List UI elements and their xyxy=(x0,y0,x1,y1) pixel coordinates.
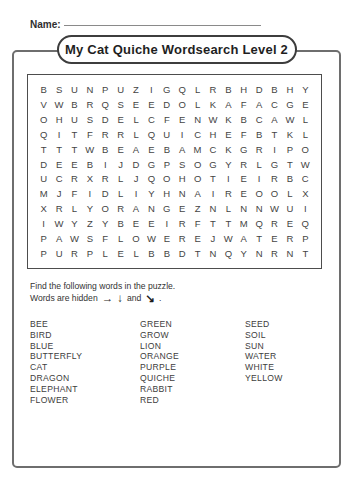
grid-cell-r12c10: D xyxy=(175,246,190,261)
grid-cell-r8c3: F xyxy=(67,186,82,201)
word-item-white: WHITE xyxy=(245,362,283,373)
letter-grid: BSUNPUZIGQLRBHDBHYVWBRQSEEDOLKAFACGEOHUS… xyxy=(36,82,313,261)
grid-cell-r3c8: C xyxy=(144,112,159,127)
instruction-line-2-period: . xyxy=(159,292,161,304)
grid-cell-r7c16: R xyxy=(267,172,282,187)
grid-cell-r2c2: W xyxy=(51,97,66,112)
arrow-right-icon: → xyxy=(102,292,114,304)
grid-cell-r7c13: I xyxy=(221,172,236,187)
grid-cell-r12c13: Q xyxy=(221,246,236,261)
instruction-line-2-and: and xyxy=(127,292,141,304)
grid-cell-r8c16: O xyxy=(267,186,282,201)
grid-cell-r4c15: B xyxy=(251,127,266,142)
grid-cell-r3c12: W xyxy=(205,112,220,127)
grid-cell-r12c2: U xyxy=(51,246,66,261)
grid-cell-r6c4: B xyxy=(82,157,97,172)
grid-cell-r11c14: A xyxy=(236,231,251,246)
grid-cell-r9c9: G xyxy=(159,201,174,216)
grid-cell-r5c8: E xyxy=(144,142,159,157)
word-item-dragon: DRAGON xyxy=(30,373,140,384)
grid-cell-r11c4: S xyxy=(82,231,97,246)
word-item-bee: BEE xyxy=(30,319,140,330)
grid-cell-r11c3: W xyxy=(67,231,82,246)
grid-cell-r8c6: L xyxy=(113,186,128,201)
word-column-1: BEEBIRDBLUEBUTTERFLYCATDRAGONELEPHANTFLO… xyxy=(30,319,140,405)
grid-cell-r1c1: B xyxy=(36,82,51,97)
grid-cell-r8c17: L xyxy=(282,186,297,201)
grid-cell-r1c3: U xyxy=(67,82,82,97)
word-item-lion: LION xyxy=(140,341,245,352)
grid-cell-r7c17: B xyxy=(282,172,297,187)
grid-cell-r1c11: L xyxy=(190,82,205,97)
grid-cell-r7c12: T xyxy=(205,172,220,187)
grid-cell-r4c3: T xyxy=(67,127,82,142)
grid-cell-r3c9: F xyxy=(159,112,174,127)
word-item-seed: SEED xyxy=(245,319,283,330)
grid-cell-r4c8: Q xyxy=(144,127,159,142)
grid-cell-r8c15: O xyxy=(251,186,266,201)
grid-cell-r8c18: X xyxy=(298,186,313,201)
grid-cell-r3c10: E xyxy=(175,112,190,127)
grid-cell-r11c9: E xyxy=(159,231,174,246)
grid-cell-r9c6: R xyxy=(113,201,128,216)
grid-cell-r6c13: Y xyxy=(221,157,236,172)
grid-cell-r10c8: E xyxy=(144,216,159,231)
grid-cell-r2c4: R xyxy=(82,97,97,112)
grid-cell-r2c8: E xyxy=(144,97,159,112)
grid-cell-r11c7: O xyxy=(128,231,143,246)
grid-cell-r5c5: B xyxy=(98,142,113,157)
grid-cell-r1c17: H xyxy=(282,82,297,97)
grid-cell-r3c16: A xyxy=(267,112,282,127)
grid-cell-r2c13: A xyxy=(221,97,236,112)
grid-cell-r12c18: T xyxy=(298,246,313,261)
grid-cell-r7c15: I xyxy=(251,172,266,187)
grid-cell-r7c10: H xyxy=(175,172,190,187)
grid-cell-r9c2: R xyxy=(51,201,66,216)
grid-cell-r11c13: W xyxy=(221,231,236,246)
grid-cell-r3c3: U xyxy=(67,112,82,127)
grid-cell-r3c1: O xyxy=(36,112,51,127)
grid-cell-r4c9: U xyxy=(159,127,174,142)
grid-cell-r10c6: B xyxy=(113,216,128,231)
grid-cell-r6c14: R xyxy=(236,157,251,172)
grid-cell-r6c2: E xyxy=(51,157,66,172)
grid-cell-r10c7: E xyxy=(128,216,143,231)
grid-cell-r4c4: F xyxy=(82,127,97,142)
grid-cell-r6c15: L xyxy=(251,157,266,172)
grid-cell-r2c15: A xyxy=(251,97,266,112)
grid-cell-r5c18: O xyxy=(298,142,313,157)
grid-cell-r1c12: R xyxy=(205,82,220,97)
grid-cell-r9c15: N xyxy=(251,201,266,216)
grid-cell-r4c5: R xyxy=(98,127,113,142)
grid-cell-r1c8: I xyxy=(144,82,159,97)
grid-cell-r4c16: T xyxy=(267,127,282,142)
grid-cell-r6c8: G xyxy=(144,157,159,172)
grid-cell-r11c2: A xyxy=(51,231,66,246)
grid-cell-r11c5: F xyxy=(98,231,113,246)
grid-cell-r1c15: D xyxy=(251,82,266,97)
wordsearch-grid-box: BSUNPUZIGQLRBHDBHYVWBRQSEEDOLKAFACGEOHUS… xyxy=(27,74,322,269)
grid-cell-r10c12: T xyxy=(205,216,220,231)
grid-cell-r7c2: C xyxy=(51,172,66,187)
grid-cell-r2c7: E xyxy=(128,97,143,112)
word-item-quiche: QUICHE xyxy=(140,373,245,384)
grid-cell-r7c1: U xyxy=(36,172,51,187)
grid-cell-r1c5: P xyxy=(98,82,113,97)
grid-cell-r9c10: E xyxy=(175,201,190,216)
grid-cell-r9c16: W xyxy=(267,201,282,216)
grid-cell-r12c12: N xyxy=(205,246,220,261)
grid-cell-r5c4: W xyxy=(82,142,97,157)
grid-cell-r2c17: G xyxy=(282,97,297,112)
grid-cell-r12c6: E xyxy=(113,246,128,261)
grid-cell-r4c10: I xyxy=(175,127,190,142)
grid-cell-r8c14: E xyxy=(236,186,251,201)
grid-cell-r6c17: T xyxy=(282,157,297,172)
grid-cell-r11c1: P xyxy=(36,231,51,246)
grid-cell-r3c18: L xyxy=(298,112,313,127)
grid-cell-r11c15: T xyxy=(251,231,266,246)
word-item-elephant: ELEPHANT xyxy=(30,384,140,395)
grid-cell-r6c5: I xyxy=(98,157,113,172)
grid-cell-r12c17: N xyxy=(282,246,297,261)
grid-cell-r4c12: H xyxy=(205,127,220,142)
grid-cell-r12c16: R xyxy=(267,246,282,261)
grid-cell-r8c7: I xyxy=(128,186,143,201)
word-item-sun: SUN xyxy=(245,341,283,352)
grid-cell-r10c14: M xyxy=(236,216,251,231)
word-item-bird: BIRD xyxy=(30,330,140,341)
grid-cell-r9c3: L xyxy=(67,201,82,216)
page-title: My Cat Quiche Wordsearch Level 2 xyxy=(65,42,288,57)
grid-cell-r3c11: N xyxy=(190,112,205,127)
grid-cell-r2c3: B xyxy=(67,97,82,112)
grid-cell-r2c16: C xyxy=(267,97,282,112)
grid-cell-r11c8: W xyxy=(144,231,159,246)
grid-cell-r5c1: T xyxy=(36,142,51,157)
grid-cell-r8c8: Y xyxy=(144,186,159,201)
grid-cell-r5c15: R xyxy=(251,142,266,157)
grid-cell-r4c13: E xyxy=(221,127,236,142)
grid-cell-r5c17: P xyxy=(282,142,297,157)
grid-cell-r3c17: W xyxy=(282,112,297,127)
word-column-2: GREENGROWLIONORANGEPURPLEQUICHERABBITRED xyxy=(140,319,245,405)
grid-cell-r12c11: T xyxy=(190,246,205,261)
grid-cell-r7c11: O xyxy=(190,172,205,187)
grid-cell-r4c18: L xyxy=(298,127,313,142)
grid-cell-r7c4: X xyxy=(82,172,97,187)
grid-cell-r7c7: J xyxy=(128,172,143,187)
name-blank-line xyxy=(64,15,261,26)
grid-cell-r4c14: F xyxy=(236,127,251,142)
instruction-line-1: Find the following words in the puzzle. xyxy=(30,281,175,292)
grid-cell-r9c5: O xyxy=(98,201,113,216)
word-item-blue: BLUE xyxy=(30,341,140,352)
grid-cell-r9c13: L xyxy=(221,201,236,216)
grid-cell-r12c3: R xyxy=(67,246,82,261)
grid-cell-r3c6: E xyxy=(113,112,128,127)
grid-cell-r11c6: L xyxy=(113,231,128,246)
grid-cell-r8c9: H xyxy=(159,186,174,201)
grid-cell-r1c18: Y xyxy=(298,82,313,97)
instructions: Find the following words in the puzzle. … xyxy=(30,281,175,304)
grid-cell-r12c7: L xyxy=(128,246,143,261)
grid-cell-r5c11: M xyxy=(190,142,205,157)
grid-cell-r4c6: R xyxy=(113,127,128,142)
grid-cell-r10c13: T xyxy=(221,216,236,231)
word-item-cat: CAT xyxy=(30,362,140,373)
grid-cell-r11c16: E xyxy=(267,231,282,246)
grid-cell-r5c10: A xyxy=(175,142,190,157)
grid-cell-r1c13: B xyxy=(221,82,236,97)
grid-cell-r2c6: S xyxy=(113,97,128,112)
grid-cell-r11c10: R xyxy=(175,231,190,246)
grid-cell-r3c2: H xyxy=(51,112,66,127)
grid-cell-r9c14: N xyxy=(236,201,251,216)
grid-cell-r3c14: B xyxy=(236,112,251,127)
word-item-orange: ORANGE xyxy=(140,351,245,362)
word-item-soil: SOIL xyxy=(245,330,283,341)
grid-cell-r11c17: R xyxy=(282,231,297,246)
grid-cell-r12c9: B xyxy=(159,246,174,261)
instruction-line-2: Words are hidden → ↓ and ↘ . xyxy=(30,292,175,304)
grid-cell-r4c7: L xyxy=(128,127,143,142)
grid-cell-r12c14: Y xyxy=(236,246,251,261)
grid-cell-r11c11: E xyxy=(190,231,205,246)
grid-cell-r6c12: G xyxy=(205,157,220,172)
grid-cell-r6c11: O xyxy=(190,157,205,172)
grid-cell-r6c1: D xyxy=(36,157,51,172)
grid-cell-r8c4: I xyxy=(82,186,97,201)
grid-cell-r5c16: I xyxy=(267,142,282,157)
grid-cell-r9c7: A xyxy=(128,201,143,216)
grid-cell-r2c5: Q xyxy=(98,97,113,112)
grid-cell-r6c10: S xyxy=(175,157,190,172)
name-label: Name: xyxy=(30,19,61,30)
word-item-purple: PURPLE xyxy=(140,362,245,373)
grid-cell-r8c12: I xyxy=(205,186,220,201)
grid-cell-r8c1: M xyxy=(36,186,51,201)
grid-cell-r12c8: B xyxy=(144,246,159,261)
arrow-diagonal-icon: ↘ xyxy=(145,292,155,304)
grid-cell-r6c9: P xyxy=(159,157,174,172)
grid-cell-r2c12: K xyxy=(205,97,220,112)
grid-cell-r6c3: E xyxy=(67,157,82,172)
grid-cell-r5c14: G xyxy=(236,142,251,157)
grid-cell-r5c2: T xyxy=(51,142,66,157)
word-item-flower: FLOWER xyxy=(30,395,140,406)
grid-cell-r10c5: Y xyxy=(98,216,113,231)
grid-cell-r9c8: N xyxy=(144,201,159,216)
grid-cell-r1c16: B xyxy=(267,82,282,97)
grid-cell-r10c15: Q xyxy=(251,216,266,231)
word-item-red: RED xyxy=(140,395,245,406)
grid-cell-r4c17: K xyxy=(282,127,297,142)
word-item-butterfly: BUTTERFLY xyxy=(30,351,140,362)
grid-cell-r1c7: Z xyxy=(128,82,143,97)
grid-cell-r9c12: N xyxy=(205,201,220,216)
grid-cell-r9c4: Y xyxy=(82,201,97,216)
grid-cell-r2c10: O xyxy=(175,97,190,112)
grid-cell-r10c3: Y xyxy=(67,216,82,231)
grid-cell-r10c9: I xyxy=(159,216,174,231)
grid-cell-r7c6: L xyxy=(113,172,128,187)
grid-cell-r3c15: C xyxy=(251,112,266,127)
word-item-water: WATER xyxy=(245,351,283,362)
grid-cell-r11c12: J xyxy=(205,231,220,246)
grid-cell-r7c14: E xyxy=(236,172,251,187)
grid-cell-r8c10: N xyxy=(175,186,190,201)
grid-cell-r6c18: W xyxy=(298,157,313,172)
grid-cell-r10c18: Q xyxy=(298,216,313,231)
grid-cell-r6c16: G xyxy=(267,157,282,172)
grid-cell-r2c9: D xyxy=(159,97,174,112)
grid-cell-r12c1: P xyxy=(36,246,51,261)
grid-cell-r12c15: N xyxy=(251,246,266,261)
grid-cell-r7c8: Q xyxy=(144,172,159,187)
grid-cell-r10c17: E xyxy=(282,216,297,231)
grid-cell-r11c18: P xyxy=(298,231,313,246)
grid-cell-r5c6: E xyxy=(113,142,128,157)
grid-cell-r6c7: D xyxy=(128,157,143,172)
grid-cell-r3c7: L xyxy=(128,112,143,127)
grid-cell-r5c12: C xyxy=(205,142,220,157)
grid-cell-r4c11: C xyxy=(190,127,205,142)
grid-cell-r12c5: L xyxy=(98,246,113,261)
grid-cell-r1c6: U xyxy=(113,82,128,97)
grid-cell-r10c11: F xyxy=(190,216,205,231)
grid-cell-r5c3: T xyxy=(67,142,82,157)
grid-cell-r10c16: R xyxy=(267,216,282,231)
grid-cell-r7c18: C xyxy=(298,172,313,187)
grid-cell-r10c2: W xyxy=(51,216,66,231)
grid-cell-r6c6: J xyxy=(113,157,128,172)
arrow-down-icon: ↓ xyxy=(117,292,123,304)
grid-cell-r9c18: I xyxy=(298,201,313,216)
grid-cell-r2c11: L xyxy=(190,97,205,112)
grid-cell-r8c5: D xyxy=(98,186,113,201)
grid-cell-r10c4: Z xyxy=(82,216,97,231)
word-list: BEEBIRDBLUEBUTTERFLYCATDRAGONELEPHANTFLO… xyxy=(30,319,322,405)
grid-cell-r7c9: O xyxy=(159,172,174,187)
grid-cell-r10c10: R xyxy=(175,216,190,231)
grid-cell-r7c5: R xyxy=(98,172,113,187)
grid-cell-r8c13: R xyxy=(221,186,236,201)
grid-cell-r7c3: R xyxy=(67,172,82,187)
grid-cell-r3c13: K xyxy=(221,112,236,127)
grid-cell-r3c5: D xyxy=(98,112,113,127)
word-column-3: SEEDSOILSUNWATERWHITEYELLOW xyxy=(245,319,283,405)
word-item-rabbit: RABBIT xyxy=(140,384,245,395)
word-item-grow: GROW xyxy=(140,330,245,341)
grid-cell-r2c14: F xyxy=(236,97,251,112)
grid-cell-r9c1: X xyxy=(36,201,51,216)
name-row: Name: xyxy=(30,12,261,26)
grid-cell-r8c11: A xyxy=(190,186,205,201)
grid-cell-r2c1: V xyxy=(36,97,51,112)
word-item-yellow: YELLOW xyxy=(245,373,283,384)
grid-cell-r1c2: S xyxy=(51,82,66,97)
grid-cell-r10c1: I xyxy=(36,216,51,231)
title-badge: My Cat Quiche Wordsearch Level 2 xyxy=(57,35,297,64)
grid-cell-r2c18: E xyxy=(298,97,313,112)
grid-cell-r3c4: S xyxy=(82,112,97,127)
grid-cell-r9c11: Z xyxy=(190,201,205,216)
grid-cell-r5c13: K xyxy=(221,142,236,157)
grid-cell-r4c2: I xyxy=(51,127,66,142)
worksheet-page: Name: My Cat Quiche Wordsearch Level 2 B… xyxy=(0,0,353,500)
grid-cell-r5c7: A xyxy=(128,142,143,157)
grid-cell-r1c4: N xyxy=(82,82,97,97)
instruction-line-2-prefix: Words are hidden xyxy=(30,292,98,304)
grid-cell-r4c1: Q xyxy=(36,127,51,142)
grid-cell-r9c17: U xyxy=(282,201,297,216)
grid-cell-r1c10: Q xyxy=(175,82,190,97)
grid-cell-r1c14: H xyxy=(236,82,251,97)
grid-cell-r8c2: J xyxy=(51,186,66,201)
grid-cell-r5c9: B xyxy=(159,142,174,157)
word-item-green: GREEN xyxy=(140,319,245,330)
grid-cell-r1c9: G xyxy=(159,82,174,97)
grid-cell-r12c4: P xyxy=(82,246,97,261)
